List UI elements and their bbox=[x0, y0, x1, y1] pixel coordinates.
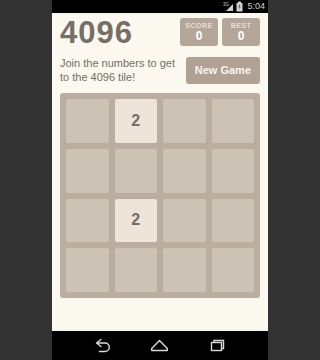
empty-cell bbox=[212, 248, 255, 292]
empty-cell bbox=[66, 199, 109, 243]
tile-2: 2 bbox=[115, 199, 158, 243]
best-value: 0 bbox=[238, 30, 245, 43]
navigation-bar bbox=[52, 331, 268, 360]
empty-cell bbox=[163, 199, 206, 243]
intro-row: Join the numbers to get to the 4096 tile… bbox=[52, 48, 268, 84]
empty-cell bbox=[163, 99, 206, 143]
battery-icon bbox=[236, 1, 243, 12]
new-game-button[interactable]: New Game bbox=[186, 57, 260, 84]
status-time: 5:04 bbox=[245, 0, 265, 13]
empty-cell bbox=[212, 149, 255, 193]
empty-cell bbox=[212, 99, 255, 143]
empty-cell bbox=[66, 248, 109, 292]
tile-2: 2 bbox=[115, 99, 158, 143]
instructions-text: Join the numbers to get to the 4096 tile… bbox=[60, 56, 186, 84]
score-value: 0 bbox=[196, 30, 203, 43]
phone-screen: 3G 5:04 4096 SCORE 0 BEST 0 bbox=[52, 0, 268, 360]
empty-cell bbox=[115, 248, 158, 292]
empty-cell bbox=[115, 149, 158, 193]
score-box: SCORE 0 bbox=[180, 18, 218, 46]
empty-cell bbox=[66, 99, 109, 143]
cell-signal-icon: 3G bbox=[223, 1, 234, 12]
empty-cell bbox=[163, 149, 206, 193]
board[interactable]: 22 bbox=[60, 93, 260, 298]
status-bar: 3G 5:04 bbox=[52, 0, 268, 13]
score-boxes: SCORE 0 BEST 0 bbox=[180, 17, 260, 46]
back-icon[interactable] bbox=[91, 337, 115, 355]
empty-cell bbox=[66, 149, 109, 193]
home-icon[interactable] bbox=[148, 337, 172, 355]
header: 4096 SCORE 0 BEST 0 bbox=[52, 13, 268, 48]
app-title: 4096 bbox=[60, 17, 133, 48]
svg-text:3G: 3G bbox=[223, 2, 230, 7]
best-box: BEST 0 bbox=[222, 18, 260, 46]
empty-cell bbox=[163, 248, 206, 292]
empty-cell bbox=[212, 199, 255, 243]
recents-icon[interactable] bbox=[205, 337, 229, 355]
